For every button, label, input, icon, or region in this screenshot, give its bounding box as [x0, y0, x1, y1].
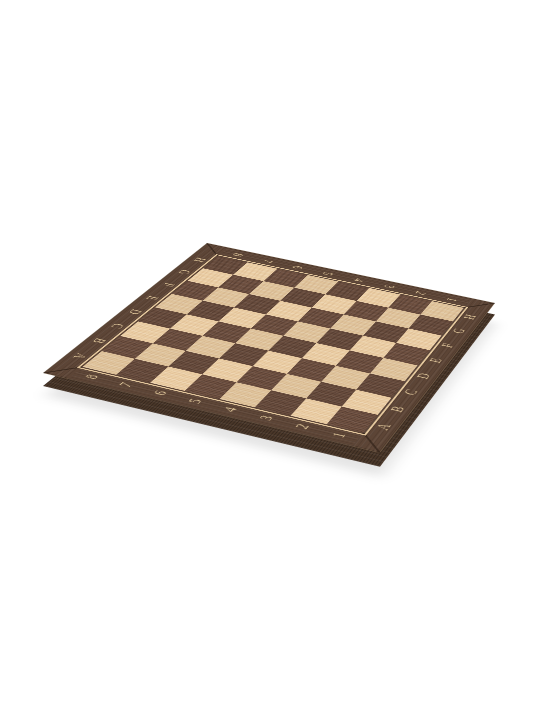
- stage: ABCDEFGH ABCDEFGH 87654321 87654321: [0, 0, 540, 720]
- chessboard: ABCDEFGH ABCDEFGH 87654321 87654321: [43, 243, 495, 453]
